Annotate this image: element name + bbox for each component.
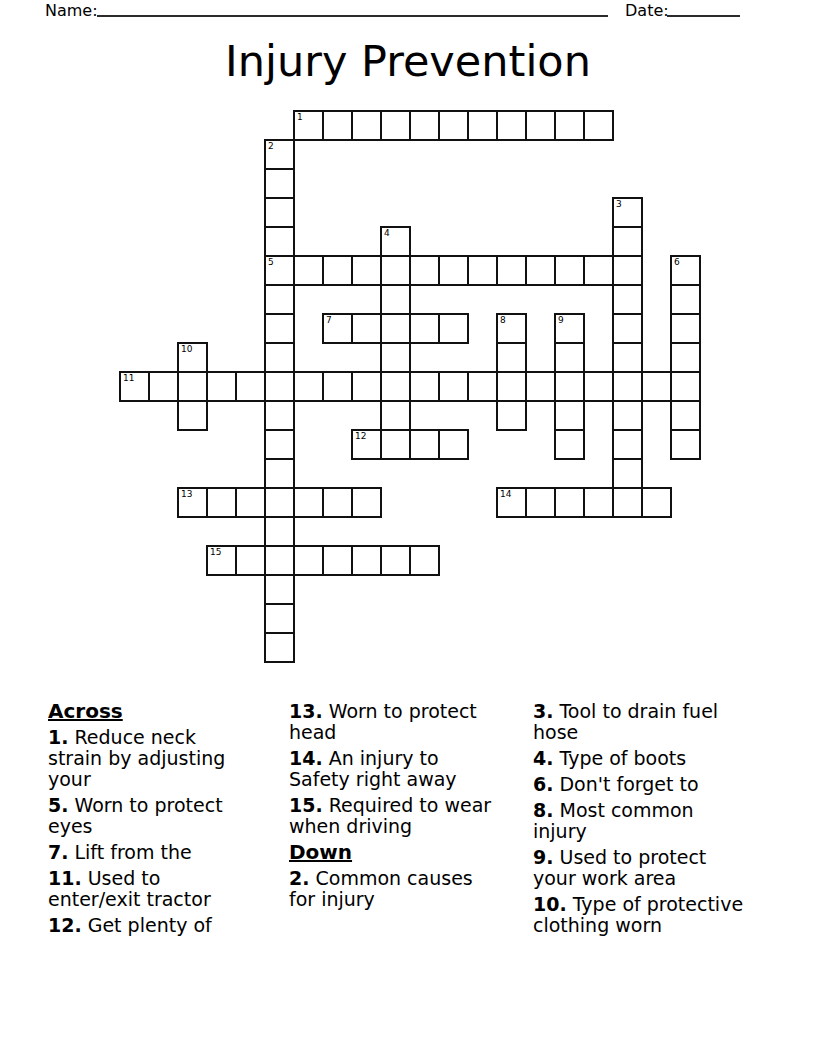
clue-number-label: 3.: [533, 700, 553, 722]
grid-cell-r0c15[interactable]: [554, 110, 585, 141]
cell-number-15: 15: [210, 547, 221, 557]
grid-cell-r2c5[interactable]: [264, 168, 295, 199]
grid-cell-r0c9[interactable]: [380, 110, 411, 141]
clues-heading-down: Down: [289, 842, 527, 863]
grid-cell-r5c7[interactable]: [322, 255, 353, 286]
grid-cell-r6c5[interactable]: [264, 284, 295, 315]
grid-cell-r14c5[interactable]: [264, 516, 295, 547]
cell-number-8: 8: [500, 315, 506, 325]
grid-cell-r9c12[interactable]: [467, 371, 498, 402]
grid-cell-r0c10[interactable]: [409, 110, 440, 141]
grid-cell-r0c12[interactable]: [467, 110, 498, 141]
clue-1: 1. Reduce neckstrain by adjustingyour: [48, 727, 283, 790]
grid-cell-r8c15[interactable]: [554, 342, 585, 373]
cell-number-9: 9: [558, 315, 564, 325]
clue-number-label: 1.: [48, 726, 68, 748]
cell-number-2: 2: [268, 141, 274, 151]
grid-cell-r17c5[interactable]: [264, 603, 295, 634]
cell-number-4: 4: [384, 228, 390, 238]
cell-number-3: 3: [616, 199, 622, 209]
grid-cell-r4c5[interactable]: [264, 226, 295, 257]
clues-heading-across: Across: [48, 701, 283, 722]
grid-cell-r15c10[interactable]: [409, 545, 440, 576]
cell-number-11: 11: [123, 373, 134, 383]
grid-cell-r7c19[interactable]: [670, 313, 701, 344]
clue-8: 8. Most commoninjury: [533, 800, 811, 842]
grid-cell-r5c5[interactable]: 5: [264, 255, 295, 286]
grid-cell-r13c5[interactable]: [264, 487, 295, 518]
clue-13: 13. Worn to protecthead: [289, 701, 527, 743]
date-field-line[interactable]: [667, 15, 740, 17]
grid-cell-r9c3[interactable]: [206, 371, 237, 402]
grid-cell-r9c6[interactable]: [293, 371, 324, 402]
clue-3: 3. Tool to drain fuelhose: [533, 701, 811, 743]
clue-number-label: 13.: [289, 700, 323, 722]
grid-cell-r9c19[interactable]: [670, 371, 701, 402]
grid-cell-r7c17[interactable]: [612, 313, 643, 344]
grid-cell-r5c19[interactable]: 6: [670, 255, 701, 286]
grid-cell-r0c8[interactable]: [351, 110, 382, 141]
page-title: Injury Prevention: [0, 33, 816, 89]
grid-cell-r8c9[interactable]: [380, 342, 411, 373]
grid-cell-r7c13[interactable]: 8: [496, 313, 527, 344]
grid-cell-r0c6[interactable]: 1: [293, 110, 324, 141]
grid-cell-r5c16[interactable]: [583, 255, 614, 286]
grid-cell-r4c17[interactable]: [612, 226, 643, 257]
date-label: Date:: [625, 1, 669, 20]
clues-column-middle: 13. Worn to protecthead14. An injury toS…: [289, 701, 527, 915]
grid-cell-r9c8[interactable]: [351, 371, 382, 402]
clue-9: 9. Used to protectyour work area: [533, 847, 811, 889]
grid-cell-r13c13[interactable]: 14: [496, 487, 527, 518]
grid-cell-r0c7[interactable]: [322, 110, 353, 141]
grid-cell-r13c7[interactable]: [322, 487, 353, 518]
grid-cell-r9c10[interactable]: [409, 371, 440, 402]
grid-cell-r10c2[interactable]: [177, 400, 208, 431]
grid-cell-r15c3[interactable]: 15: [206, 545, 237, 576]
grid-cell-r15c9[interactable]: [380, 545, 411, 576]
grid-cell-r5c14[interactable]: [525, 255, 556, 286]
grid-cell-r11c11[interactable]: [438, 429, 469, 460]
grid-cell-r11c15[interactable]: [554, 429, 585, 460]
cell-number-5: 5: [268, 257, 274, 267]
grid-cell-r13c16[interactable]: [583, 487, 614, 518]
grid-cell-r5c17[interactable]: [612, 255, 643, 286]
grid-cell-r9c9[interactable]: [380, 371, 411, 402]
grid-cell-r12c17[interactable]: [612, 458, 643, 489]
grid-cell-r10c17[interactable]: [612, 400, 643, 431]
grid-cell-r10c15[interactable]: [554, 400, 585, 431]
grid-cell-r5c8[interactable]: [351, 255, 382, 286]
grid-cell-r7c5[interactable]: [264, 313, 295, 344]
grid-cell-r8c2[interactable]: 10: [177, 342, 208, 373]
grid-cell-r8c17[interactable]: [612, 342, 643, 373]
grid-cell-r13c8[interactable]: [351, 487, 382, 518]
grid-cell-r7c11[interactable]: [438, 313, 469, 344]
clue-number-label: 6.: [533, 773, 553, 795]
grid-cell-r5c10[interactable]: [409, 255, 440, 286]
clue-number-label: 5.: [48, 794, 68, 816]
grid-cell-r15c7[interactable]: [322, 545, 353, 576]
clue-number-label: 4.: [533, 747, 553, 769]
grid-cell-r10c5[interactable]: [264, 400, 295, 431]
grid-cell-r6c9[interactable]: [380, 284, 411, 315]
grid-cell-r11c10[interactable]: [409, 429, 440, 460]
cell-number-1: 1: [297, 112, 303, 122]
grid-cell-r0c16[interactable]: [583, 110, 614, 141]
grid-cell-r9c18[interactable]: [641, 371, 672, 402]
grid-cell-r9c11[interactable]: [438, 371, 469, 402]
grid-cell-r13c15[interactable]: [554, 487, 585, 518]
clues-column-left: Across1. Reduce neckstrain by adjustingy…: [48, 701, 283, 941]
clue-number-label: 10.: [533, 893, 567, 915]
clue-number-label: 7.: [48, 841, 68, 863]
grid-cell-r9c15[interactable]: [554, 371, 585, 402]
clue-5: 5. Worn to protecteyes: [48, 795, 283, 837]
grid-cell-r3c5[interactable]: [264, 197, 295, 228]
crossword-grid: 123456789101112131415: [119, 110, 701, 663]
grid-cell-r15c6[interactable]: [293, 545, 324, 576]
grid-cell-r4c9[interactable]: 4: [380, 226, 411, 257]
grid-cell-r9c0[interactable]: 11: [119, 371, 150, 402]
grid-cell-r10c19[interactable]: [670, 400, 701, 431]
grid-cell-r7c8[interactable]: [351, 313, 382, 344]
grid-cell-r13c3[interactable]: [206, 487, 237, 518]
grid-cell-r13c18[interactable]: [641, 487, 672, 518]
grid-cell-r0c11[interactable]: [438, 110, 469, 141]
clue-2: 2. Common causesfor injury: [289, 868, 527, 910]
cell-number-14: 14: [500, 489, 511, 499]
grid-cell-r15c8[interactable]: [351, 545, 382, 576]
cell-number-6: 6: [674, 257, 680, 267]
clue-number-label: 15.: [289, 794, 323, 816]
clue-number-label: 11.: [48, 867, 82, 889]
clue-number-label: 9.: [533, 846, 553, 868]
clue-number-label: 8.: [533, 799, 553, 821]
clue-7: 7. Lift from the: [48, 842, 283, 863]
grid-cell-r0c13[interactable]: [496, 110, 527, 141]
clue-14: 14. An injury toSafety right away: [289, 748, 527, 790]
grid-cell-r11c9[interactable]: [380, 429, 411, 460]
grid-cell-r13c2[interactable]: 13: [177, 487, 208, 518]
grid-cell-r5c9[interactable]: [380, 255, 411, 286]
name-label: Name:: [45, 1, 98, 20]
grid-cell-r15c4[interactable]: [235, 545, 266, 576]
grid-cell-r11c19[interactable]: [670, 429, 701, 460]
grid-cell-r15c5[interactable]: [264, 545, 295, 576]
grid-cell-r8c13[interactable]: [496, 342, 527, 373]
grid-cell-r13c6[interactable]: [293, 487, 324, 518]
grid-cell-r16c5[interactable]: [264, 574, 295, 605]
name-field-line[interactable]: [97, 15, 608, 17]
grid-cell-r9c7[interactable]: [322, 371, 353, 402]
grid-cell-r6c17[interactable]: [612, 284, 643, 315]
grid-cell-r13c14[interactable]: [525, 487, 556, 518]
clue-11: 11. Used toenter/exit tractor: [48, 868, 283, 910]
clue-number-label: 2.: [289, 867, 309, 889]
clue-number-label: 14.: [289, 747, 323, 769]
grid-cell-r12c5[interactable]: [264, 458, 295, 489]
grid-cell-r13c17[interactable]: [612, 487, 643, 518]
grid-cell-r5c6[interactable]: [293, 255, 324, 286]
grid-cell-r5c13[interactable]: [496, 255, 527, 286]
grid-cell-r11c8[interactable]: 12: [351, 429, 382, 460]
clue-10: 10. Type of protectiveclothing worn: [533, 894, 811, 936]
clue-15: 15. Required to wearwhen driving: [289, 795, 527, 837]
grid-cell-r9c13[interactable]: [496, 371, 527, 402]
grid-cell-r11c17[interactable]: [612, 429, 643, 460]
grid-cell-r9c4[interactable]: [235, 371, 266, 402]
grid-cell-r9c1[interactable]: [148, 371, 179, 402]
grid-cell-r7c10[interactable]: [409, 313, 440, 344]
grid-cell-r9c5[interactable]: [264, 371, 295, 402]
cell-number-10: 10: [181, 344, 192, 354]
grid-cell-r6c19[interactable]: [670, 284, 701, 315]
grid-cell-r10c9[interactable]: [380, 400, 411, 431]
grid-cell-r7c15[interactable]: 9: [554, 313, 585, 344]
grid-cell-r1c5[interactable]: 2: [264, 139, 295, 170]
grid-cell-r9c14[interactable]: [525, 371, 556, 402]
grid-cell-r10c13[interactable]: [496, 400, 527, 431]
grid-cell-r8c19[interactable]: [670, 342, 701, 373]
grid-cell-r9c2[interactable]: [177, 371, 208, 402]
cell-number-7: 7: [326, 315, 332, 325]
clue-4: 4. Type of boots: [533, 748, 811, 769]
grid-cell-r9c17[interactable]: [612, 371, 643, 402]
clue-number-label: 12.: [48, 914, 82, 936]
clue-6: 6. Don't forget to: [533, 774, 811, 795]
grid-cell-r5c15[interactable]: [554, 255, 585, 286]
grid-cell-r9c16[interactable]: [583, 371, 614, 402]
cell-number-12: 12: [355, 431, 366, 441]
grid-cell-r0c14[interactable]: [525, 110, 556, 141]
clue-12: 12. Get plenty of: [48, 915, 283, 936]
grid-cell-r7c9[interactable]: [380, 313, 411, 344]
cell-number-13: 13: [181, 489, 192, 499]
clues-column-right: 3. Tool to drain fuelhose4. Type of boot…: [533, 701, 811, 941]
grid-cell-r5c12[interactable]: [467, 255, 498, 286]
grid-cell-r8c5[interactable]: [264, 342, 295, 373]
grid-cell-r18c5[interactable]: [264, 632, 295, 663]
grid-cell-r13c4[interactable]: [235, 487, 266, 518]
grid-cell-r3c17[interactable]: 3: [612, 197, 643, 228]
grid-cell-r11c5[interactable]: [264, 429, 295, 460]
grid-cell-r7c7[interactable]: 7: [322, 313, 353, 344]
grid-cell-r5c11[interactable]: [438, 255, 469, 286]
